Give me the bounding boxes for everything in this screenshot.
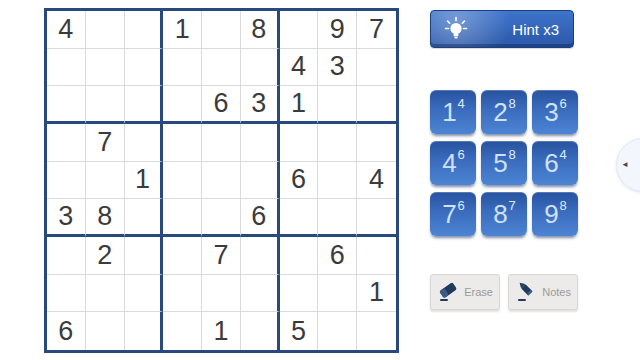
cell-r1c4[interactable]: 1 <box>163 11 202 49</box>
cell-r3c3[interactable] <box>125 86 164 124</box>
given-digit: 6 <box>330 242 345 269</box>
cell-r1c8[interactable]: 9 <box>318 11 357 49</box>
cell-r5c4[interactable] <box>163 162 202 200</box>
cell-r9c1[interactable]: 6 <box>47 312 86 350</box>
given-digit: 9 <box>330 16 345 43</box>
numpad-remaining-count: 8 <box>509 97 516 110</box>
cell-r2c7[interactable]: 4 <box>280 49 319 87</box>
cell-r5c7[interactable]: 6 <box>280 162 319 200</box>
cell-r5c9[interactable]: 4 <box>357 162 396 200</box>
given-digit: 1 <box>175 16 190 43</box>
given-digit: 1 <box>291 90 306 117</box>
numpad-remaining-count: 6 <box>458 148 465 161</box>
cell-r6c3[interactable] <box>125 199 164 237</box>
numpad-digit: 6 <box>544 150 558 176</box>
side-panel-toggle[interactable]: ◄ <box>616 138 640 192</box>
cell-r6c5[interactable] <box>202 199 241 237</box>
numpad-button-8[interactable]: 87 <box>481 192 527 236</box>
given-digit: 6 <box>58 318 73 345</box>
given-digit: 7 <box>97 129 112 156</box>
cell-r9c8[interactable] <box>318 312 357 350</box>
cell-r7c6[interactable] <box>241 237 280 275</box>
cell-r8c7[interactable] <box>280 275 319 313</box>
eraser-icon <box>437 281 461 303</box>
cell-r8c6[interactable] <box>241 275 280 313</box>
cell-r2c5[interactable] <box>202 49 241 87</box>
pencil-icon <box>515 281 539 303</box>
numpad-digit: 8 <box>493 201 507 227</box>
cell-r4c4[interactable] <box>163 124 202 162</box>
cell-r9c2[interactable] <box>86 312 125 350</box>
cell-r7c8[interactable]: 6 <box>318 237 357 275</box>
hint-label: Hint x3 <box>469 21 573 38</box>
number-pad: 142836465864768798 <box>430 90 578 236</box>
cell-r9c3[interactable] <box>125 312 164 350</box>
numpad-digit: 2 <box>493 99 507 125</box>
numpad-remaining-count: 4 <box>560 148 567 161</box>
cell-r2c1[interactable] <box>47 49 86 87</box>
cell-r8c5[interactable] <box>202 275 241 313</box>
cell-r2c2[interactable] <box>86 49 125 87</box>
cell-r4c2[interactable]: 7 <box>86 124 125 162</box>
cell-r9c6[interactable] <box>241 312 280 350</box>
numpad-button-4[interactable]: 46 <box>430 141 476 185</box>
lightbulb-icon <box>443 16 469 42</box>
given-digit: 8 <box>251 16 266 43</box>
cell-r8c2[interactable] <box>86 275 125 313</box>
chevron-left-icon: ◄ <box>621 161 629 169</box>
cell-r8c1[interactable] <box>47 275 86 313</box>
cell-r8c9[interactable]: 1 <box>357 275 396 313</box>
cell-r1c2[interactable] <box>86 11 125 49</box>
sudoku-board: 418974363171643862761615 <box>44 8 399 353</box>
cell-r1c1[interactable]: 4 <box>47 11 86 49</box>
cell-r6c7[interactable] <box>280 199 319 237</box>
numpad-digit: 5 <box>493 150 507 176</box>
numpad-digit: 9 <box>544 201 558 227</box>
numpad-remaining-count: 4 <box>458 97 465 110</box>
cell-r3c7[interactable]: 1 <box>280 86 319 124</box>
numpad-button-7[interactable]: 76 <box>430 192 476 236</box>
cell-r6c1[interactable]: 3 <box>47 199 86 237</box>
cell-r1c6[interactable]: 8 <box>241 11 280 49</box>
given-digit: 8 <box>97 203 112 230</box>
cell-r9c7[interactable]: 5 <box>280 312 319 350</box>
cell-r9c4[interactable] <box>163 312 202 350</box>
numpad-digit: 7 <box>442 201 456 227</box>
cell-r6c4[interactable] <box>163 199 202 237</box>
given-digit: 6 <box>291 166 306 193</box>
cell-r6c8[interactable] <box>318 199 357 237</box>
numpad-button-6[interactable]: 64 <box>532 141 578 185</box>
cell-r7c1[interactable] <box>47 237 86 275</box>
cell-r4c3[interactable] <box>125 124 164 162</box>
given-digit: 6 <box>213 90 228 117</box>
erase-label: Erase <box>461 286 499 298</box>
cell-r3c8[interactable] <box>318 86 357 124</box>
cell-r4c6[interactable] <box>241 124 280 162</box>
given-digit: 4 <box>291 53 306 80</box>
given-digit: 3 <box>251 90 266 117</box>
cell-r5c6[interactable] <box>241 162 280 200</box>
cell-r9c5[interactable]: 1 <box>202 312 241 350</box>
cell-r5c3[interactable]: 1 <box>125 162 164 200</box>
cell-r3c9[interactable] <box>357 86 396 124</box>
given-digit: 1 <box>135 166 150 193</box>
cell-r1c3[interactable] <box>125 11 164 49</box>
numpad-remaining-count: 6 <box>458 199 465 212</box>
cell-r7c7[interactable] <box>280 237 319 275</box>
cell-r5c8[interactable] <box>318 162 357 200</box>
cell-r2c9[interactable] <box>357 49 396 87</box>
cell-r6c2[interactable]: 8 <box>86 199 125 237</box>
given-digit: 1 <box>369 279 384 306</box>
cell-r9c9[interactable] <box>357 312 396 350</box>
numpad-digit: 3 <box>544 99 558 125</box>
erase-button[interactable]: Erase <box>430 274 500 310</box>
numpad-button-5[interactable]: 58 <box>481 141 527 185</box>
cell-r2c8[interactable]: 3 <box>318 49 357 87</box>
given-digit: 7 <box>369 16 384 43</box>
cell-r8c8[interactable] <box>318 275 357 313</box>
cell-r3c5[interactable]: 6 <box>202 86 241 124</box>
numpad-digit: 4 <box>442 150 456 176</box>
cell-r3c4[interactable] <box>163 86 202 124</box>
cell-r2c4[interactable] <box>163 49 202 87</box>
cell-r6c6[interactable]: 6 <box>241 199 280 237</box>
given-digit: 4 <box>369 166 384 193</box>
cell-r7c4[interactable] <box>163 237 202 275</box>
hint-button[interactable]: Hint x3 <box>430 10 574 48</box>
numpad-button-1[interactable]: 14 <box>430 90 476 134</box>
notes-label: Notes <box>539 286 577 298</box>
given-digit: 4 <box>58 16 73 43</box>
given-digit: 1 <box>213 318 228 345</box>
cell-r3c1[interactable] <box>47 86 86 124</box>
cell-r4c7[interactable] <box>280 124 319 162</box>
given-digit: 3 <box>58 203 73 230</box>
cell-r1c9[interactable]: 7 <box>357 11 396 49</box>
cell-r7c2[interactable]: 2 <box>86 237 125 275</box>
numpad-remaining-count: 8 <box>509 148 516 161</box>
cell-r4c9[interactable] <box>357 124 396 162</box>
cell-r7c5[interactable]: 7 <box>202 237 241 275</box>
numpad-button-3[interactable]: 36 <box>532 90 578 134</box>
cell-r5c5[interactable] <box>202 162 241 200</box>
cell-r3c2[interactable] <box>86 86 125 124</box>
given-digit: 3 <box>330 53 345 80</box>
cell-r4c5[interactable] <box>202 124 241 162</box>
cell-r5c1[interactable] <box>47 162 86 200</box>
cell-r5c2[interactable] <box>86 162 125 200</box>
cell-r2c6[interactable] <box>241 49 280 87</box>
cell-r1c5[interactable] <box>202 11 241 49</box>
cell-r3c6[interactable]: 3 <box>241 86 280 124</box>
given-digit: 7 <box>213 242 228 269</box>
notes-button[interactable]: Notes <box>508 274 578 310</box>
cell-r4c8[interactable] <box>318 124 357 162</box>
numpad-remaining-count: 7 <box>509 199 516 212</box>
cell-r2c3[interactable] <box>125 49 164 87</box>
cell-r7c9[interactable] <box>357 237 396 275</box>
numpad-remaining-count: 8 <box>560 199 567 212</box>
cell-r6c9[interactable] <box>357 199 396 237</box>
cell-r8c3[interactable] <box>125 275 164 313</box>
cell-r7c3[interactable] <box>125 237 164 275</box>
numpad-button-2[interactable]: 28 <box>481 90 527 134</box>
cell-r8c4[interactable] <box>163 275 202 313</box>
numpad-remaining-count: 6 <box>560 97 567 110</box>
cell-r4c1[interactable] <box>47 124 86 162</box>
numpad-digit: 1 <box>442 99 456 125</box>
numpad-button-9[interactable]: 98 <box>532 192 578 236</box>
given-digit: 6 <box>251 203 266 230</box>
cell-r1c7[interactable] <box>280 11 319 49</box>
given-digit: 2 <box>97 242 112 269</box>
given-digit: 5 <box>291 318 306 345</box>
